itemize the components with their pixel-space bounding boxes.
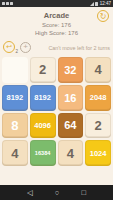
score-label: Score: 176 (0, 22, 113, 28)
signal-icon (90, 2, 94, 6)
undo-count-badge: 2 (16, 49, 19, 54)
tile-4: 4 (85, 57, 111, 83)
tile-32: 32 (58, 57, 84, 83)
clock: 12:47 (100, 1, 111, 6)
toolbar: ↩ 2 + Can't move left for 2 turns (0, 41, 113, 55)
status-right: 12:47 (90, 1, 111, 6)
tile-1024: 1024 (85, 140, 111, 166)
notification-icon (2, 2, 5, 5)
tile-8: 8 (2, 113, 28, 139)
tile-4: 4 (2, 140, 28, 166)
tile-8192: 8192 (2, 85, 28, 111)
tile-8192: 8192 (30, 85, 56, 111)
tile-16384: 16384 (30, 140, 56, 166)
restart-button[interactable]: ↻ (97, 10, 109, 22)
android-nav-bar: ◁ ○ □ (0, 185, 113, 200)
tile-4096: 4096 (30, 113, 56, 139)
back-button[interactable]: ◁ (27, 189, 33, 197)
refresh-icon: ↻ (100, 12, 107, 21)
notification-icon (6, 2, 9, 5)
battery-icon (95, 2, 98, 6)
game-board[interactable]: 2324819281921620488409664241638441024 (2, 57, 111, 166)
tile-4: 4 (58, 140, 84, 166)
high-score-label: High Score: 176 (0, 30, 113, 36)
undo-button[interactable]: ↩ (3, 41, 15, 53)
notification-icons (2, 2, 13, 5)
tile-16: 16 (58, 85, 84, 111)
notification-icon (10, 2, 13, 5)
empty-cell (2, 57, 28, 83)
plus-icon: + (23, 43, 28, 51)
add-undo-button[interactable]: + (20, 42, 31, 53)
tile-2: 2 (85, 113, 111, 139)
home-button[interactable]: ○ (55, 189, 60, 197)
tile-2048: 2048 (85, 85, 111, 111)
status-bar: 12:47 (0, 0, 113, 7)
tile-2: 2 (30, 57, 56, 83)
undo-icon: ↩ (6, 43, 12, 51)
recents-button[interactable]: □ (81, 189, 86, 197)
tile-64: 64 (58, 113, 84, 139)
move-restriction-hint: Can't move left for 2 turns (48, 45, 110, 51)
game-header: Arcade ↻ Score: 176 High Score: 176 (0, 7, 113, 36)
